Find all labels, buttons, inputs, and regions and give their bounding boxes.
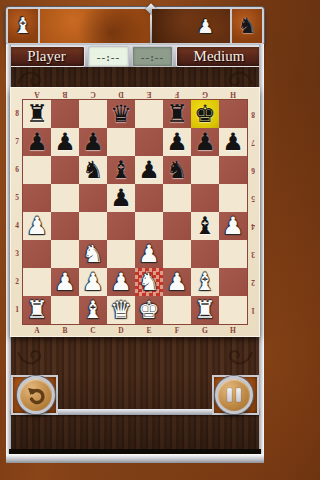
pause-button[interactable]: [215, 376, 253, 414]
white-knight: ♞: [82, 240, 104, 268]
flourish-decoration: [16, 68, 50, 88]
square-d1[interactable]: ♛: [107, 296, 135, 324]
black-bishop: ♝: [110, 156, 132, 184]
clock-row: Player --:-- --:-- Medium: [7, 45, 263, 68]
black-pawn: ♟: [194, 128, 216, 156]
pause-icon: [227, 388, 241, 402]
black-king: ♚: [194, 100, 216, 128]
square-f4[interactable]: [163, 212, 191, 240]
black-pawn: ♟: [110, 184, 132, 212]
square-d6[interactable]: ♝: [107, 156, 135, 184]
coord-label: D: [107, 326, 135, 336]
coord-label: 2: [12, 268, 22, 296]
square-c2[interactable]: ♟: [79, 268, 107, 296]
coord-label: 4: [12, 212, 22, 240]
coord-label: 3: [248, 240, 258, 268]
coord-label: D: [107, 89, 135, 99]
coord-label: 5: [248, 184, 258, 212]
rank-labels-left: 87654321: [12, 100, 22, 324]
board-grid: ♜♛♜♚♟♟♟♟♟♟♞♝♟♞♟♟♝♟♞♟♟♟♟♞♟♝♜♝♛♚♜: [22, 99, 248, 325]
black-rook: ♜: [166, 100, 188, 128]
player-side-icon-box: ♝: [8, 9, 40, 43]
white-rook: ♜: [26, 296, 48, 324]
square-f6[interactable]: ♞: [163, 156, 191, 184]
undo-icon: [25, 384, 47, 406]
white-pawn: ♟: [54, 268, 76, 296]
opponent-name-label: Medium: [176, 46, 262, 67]
white-pawn: ♟: [166, 268, 188, 296]
square-e8[interactable]: [135, 100, 163, 128]
white-pawn: ♟: [82, 268, 104, 296]
square-g8[interactable]: ♚: [191, 100, 219, 128]
black-pawn: ♟: [26, 128, 48, 156]
black-knight: ♞: [82, 156, 104, 184]
coord-label: 8: [12, 100, 22, 128]
black-knight-icon: ♞: [237, 10, 257, 42]
white-bishop: ♝: [194, 268, 216, 296]
square-h5[interactable]: [219, 184, 247, 212]
square-e7[interactable]: [135, 128, 163, 156]
square-e6[interactable]: ♟: [135, 156, 163, 184]
square-b7[interactable]: ♟: [51, 128, 79, 156]
opponent-clock: --:--: [132, 46, 173, 67]
coord-label: F: [163, 89, 191, 99]
undo-button[interactable]: [17, 376, 55, 414]
frame-bottom: [6, 454, 264, 463]
square-a8[interactable]: ♜: [23, 100, 51, 128]
square-b3[interactable]: [51, 240, 79, 268]
coord-label: G: [191, 326, 219, 336]
square-a1[interactable]: ♜: [23, 296, 51, 324]
black-pawn: ♟: [82, 128, 104, 156]
coord-label: A: [23, 326, 51, 336]
white-bishop-icon: ♝: [13, 10, 33, 42]
black-pawn: ♟: [166, 128, 188, 156]
black-pawn: ♟: [138, 156, 160, 184]
square-a6[interactable]: [23, 156, 51, 184]
captured-white-pawn: ♟: [197, 10, 214, 42]
square-f7[interactable]: ♟: [163, 128, 191, 156]
square-f8[interactable]: ♜: [163, 100, 191, 128]
square-a2[interactable]: [23, 268, 51, 296]
captured-by-white-tray: [40, 9, 150, 43]
square-f3[interactable]: [163, 240, 191, 268]
app-root: { "game": "chess", "app_title": "Chess (…: [0, 0, 270, 480]
square-b1[interactable]: [51, 296, 79, 324]
square-b6[interactable]: [51, 156, 79, 184]
coord-label: E: [135, 89, 163, 99]
black-rook: ♜: [26, 100, 48, 128]
square-c6[interactable]: ♞: [79, 156, 107, 184]
square-h2[interactable]: [219, 268, 247, 296]
square-a4[interactable]: ♟: [23, 212, 51, 240]
square-g6[interactable]: [191, 156, 219, 184]
coord-label: B: [51, 326, 79, 336]
square-e2[interactable]: ♞: [135, 268, 163, 296]
white-queen: ♛: [110, 296, 132, 324]
coord-label: C: [79, 89, 107, 99]
flourish-decoration: [220, 348, 254, 368]
square-g7[interactable]: ♟: [191, 128, 219, 156]
white-pawn: ♟: [26, 212, 48, 240]
square-d4[interactable]: [107, 212, 135, 240]
square-g4[interactable]: ♝: [191, 212, 219, 240]
square-a7[interactable]: ♟: [23, 128, 51, 156]
square-f5[interactable]: [163, 184, 191, 212]
coord-label: 4: [248, 212, 258, 240]
coord-label: H: [219, 326, 247, 336]
white-pawn: ♟: [138, 240, 160, 268]
square-d2[interactable]: ♟: [107, 268, 135, 296]
square-g3[interactable]: [191, 240, 219, 268]
player-clock: --:--: [88, 46, 129, 67]
white-rook: ♜: [194, 296, 216, 324]
white-king: ♚: [138, 296, 160, 324]
square-h3[interactable]: [219, 240, 247, 268]
coord-label: 3: [12, 240, 22, 268]
square-e4[interactable]: [135, 212, 163, 240]
square-f2[interactable]: ♟: [163, 268, 191, 296]
coord-label: 7: [12, 128, 22, 156]
coord-label: G: [191, 89, 219, 99]
square-e1[interactable]: ♚: [135, 296, 163, 324]
square-f1[interactable]: [163, 296, 191, 324]
coord-label: F: [163, 326, 191, 336]
flourish-decoration: [220, 68, 254, 88]
chess-board: ABCDEFGH ABCDEFGH 87654321 87654321 ♜♛♜♚…: [11, 88, 259, 336]
square-h8[interactable]: [219, 100, 247, 128]
coord-label: 7: [248, 128, 258, 156]
black-pawn: ♟: [54, 128, 76, 156]
square-b2[interactable]: ♟: [51, 268, 79, 296]
frame-rail-right: [259, 44, 264, 463]
coord-label: 6: [12, 156, 22, 184]
square-b8[interactable]: [51, 100, 79, 128]
player-name-label: Player: [8, 46, 85, 67]
square-c3[interactable]: ♞: [79, 240, 107, 268]
coord-label: 6: [248, 156, 258, 184]
opponent-side-icon-box: ♞: [230, 9, 262, 43]
white-pawn: ♟: [110, 268, 132, 296]
file-labels-top: ABCDEFGH: [23, 89, 247, 99]
coord-label: 5: [12, 184, 22, 212]
coord-label: 2: [248, 268, 258, 296]
coord-label: C: [79, 326, 107, 336]
square-d5[interactable]: ♟: [107, 184, 135, 212]
file-labels-bottom: ABCDEFGH: [23, 326, 247, 336]
square-h7[interactable]: ♟: [219, 128, 247, 156]
black-queen: ♛: [110, 100, 132, 128]
square-c7[interactable]: ♟: [79, 128, 107, 156]
square-a5[interactable]: [23, 184, 51, 212]
square-d3[interactable]: [107, 240, 135, 268]
square-b4[interactable]: [51, 212, 79, 240]
black-knight: ♞: [166, 156, 188, 184]
coord-label: 1: [248, 296, 258, 324]
coord-label: E: [135, 326, 163, 336]
flourish-decoration: [16, 348, 50, 368]
white-knight: ♞: [138, 268, 160, 296]
coord-label: B: [51, 89, 79, 99]
square-g2[interactable]: ♝: [191, 268, 219, 296]
square-e3[interactable]: ♟: [135, 240, 163, 268]
square-h6[interactable]: [219, 156, 247, 184]
square-d8[interactable]: ♛: [107, 100, 135, 128]
square-c1[interactable]: ♝: [79, 296, 107, 324]
square-h1[interactable]: [219, 296, 247, 324]
square-g1[interactable]: ♜: [191, 296, 219, 324]
square-c8[interactable]: [79, 100, 107, 128]
square-e5[interactable]: [135, 184, 163, 212]
square-c5[interactable]: [79, 184, 107, 212]
captured-by-black-tray: ♟ ♞: [152, 9, 262, 43]
coord-label: A: [23, 89, 51, 99]
square-h4[interactable]: ♟: [219, 212, 247, 240]
coord-label: 8: [248, 100, 258, 128]
rank-labels-right: 87654321: [248, 100, 258, 324]
square-c4[interactable]: [79, 212, 107, 240]
square-g5[interactable]: [191, 184, 219, 212]
coord-label: 1: [12, 296, 22, 324]
captured-by-black-pieces: ♟: [197, 10, 230, 42]
captured-pieces-bar: ♝ ♟ ♞: [6, 7, 264, 45]
white-pawn: ♟: [222, 212, 244, 240]
black-pawn: ♟: [222, 128, 244, 156]
square-b5[interactable]: [51, 184, 79, 212]
white-bishop: ♝: [82, 296, 104, 324]
coord-label: H: [219, 89, 247, 99]
black-bishop: ♝: [194, 212, 216, 240]
square-d7[interactable]: [107, 128, 135, 156]
square-a3[interactable]: [23, 240, 51, 268]
